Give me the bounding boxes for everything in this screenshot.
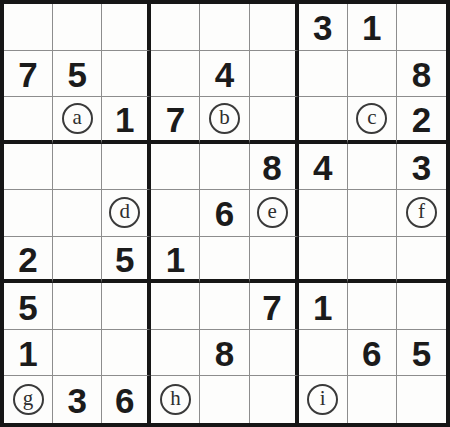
cell-r6c6[interactable] — [250, 237, 299, 284]
cell-r5c6[interactable]: e — [250, 190, 299, 237]
cell-r2c2[interactable]: 5 — [53, 51, 102, 98]
sudoku-board: 317548a17bc2843d6ef2515711865g36hi — [0, 0, 450, 427]
cell-r7c2[interactable] — [53, 283, 102, 330]
cell-r1c3[interactable] — [102, 4, 151, 51]
cell-r6c4[interactable]: 1 — [151, 237, 200, 284]
given-digit: 4 — [313, 150, 332, 185]
cell-r2c8[interactable] — [348, 51, 397, 98]
cell-r3c6[interactable] — [250, 97, 299, 144]
cell-r3c7[interactable] — [299, 97, 348, 144]
cell-r6c8[interactable] — [348, 237, 397, 284]
cell-r5c5[interactable]: 6 — [200, 190, 249, 237]
cell-r8c7[interactable] — [299, 330, 348, 377]
given-digit: 2 — [412, 102, 431, 137]
cell-r8c2[interactable] — [53, 330, 102, 377]
given-digit: 5 — [67, 57, 86, 92]
cell-r1c6[interactable] — [250, 4, 299, 51]
cell-r9c2[interactable]: 3 — [53, 376, 102, 423]
cell-r1c5[interactable] — [200, 4, 249, 51]
cell-r4c3[interactable] — [102, 144, 151, 191]
cell-r2c3[interactable] — [102, 51, 151, 98]
given-digit: 3 — [313, 10, 332, 45]
letter-marker-c: c — [356, 103, 387, 134]
given-digit: 3 — [67, 383, 86, 418]
cell-r6c9[interactable] — [397, 237, 446, 284]
cell-r3c3[interactable]: 1 — [102, 97, 151, 144]
given-digit: 7 — [262, 290, 281, 325]
cell-r2c4[interactable] — [151, 51, 200, 98]
cell-r3c5[interactable]: b — [200, 97, 249, 144]
cell-r9c8[interactable] — [348, 376, 397, 423]
cell-r4c2[interactable] — [53, 144, 102, 191]
letter-marker-b: b — [209, 103, 240, 134]
cell-r3c8[interactable]: c — [348, 97, 397, 144]
cell-r5c8[interactable] — [348, 190, 397, 237]
cell-r5c9[interactable]: f — [397, 190, 446, 237]
letter-marker-i: i — [307, 384, 338, 415]
cell-r9c5[interactable] — [200, 376, 249, 423]
cell-r3c1[interactable] — [4, 97, 53, 144]
given-digit: 1 — [166, 242, 185, 277]
letter-marker-a: a — [62, 103, 93, 134]
given-digit: 5 — [18, 290, 37, 325]
cell-r8c3[interactable] — [102, 330, 151, 377]
cell-r4c5[interactable] — [200, 144, 249, 191]
cell-r2c7[interactable] — [299, 51, 348, 98]
given-digit: 8 — [262, 150, 281, 185]
cell-r6c1[interactable]: 2 — [4, 237, 53, 284]
cell-r8c1[interactable]: 1 — [4, 330, 53, 377]
cell-r8c9[interactable]: 5 — [397, 330, 446, 377]
given-digit: 2 — [18, 242, 37, 277]
given-digit: 1 — [115, 102, 134, 137]
cell-r4c7[interactable]: 4 — [299, 144, 348, 191]
cell-r9c7[interactable]: i — [299, 376, 348, 423]
given-digit: 3 — [412, 150, 431, 185]
letter-marker-e: e — [257, 197, 288, 228]
given-digit: 6 — [115, 383, 134, 418]
cell-r2c6[interactable] — [250, 51, 299, 98]
cell-r3c9[interactable]: 2 — [397, 97, 446, 144]
cell-r4c4[interactable] — [151, 144, 200, 191]
cell-r7c1[interactable]: 5 — [4, 283, 53, 330]
letter-marker-f: f — [406, 197, 437, 228]
cell-r6c5[interactable] — [200, 237, 249, 284]
given-digit: 8 — [412, 57, 431, 92]
cell-r2c9[interactable]: 8 — [397, 51, 446, 98]
cell-r5c4[interactable] — [151, 190, 200, 237]
cell-r7c8[interactable] — [348, 283, 397, 330]
cell-r3c4[interactable]: 7 — [151, 97, 200, 144]
cell-r1c2[interactable] — [53, 4, 102, 51]
cell-r5c3[interactable]: d — [102, 190, 151, 237]
given-digit: 7 — [166, 102, 185, 137]
cell-r7c3[interactable] — [102, 283, 151, 330]
cell-r3c2[interactable]: a — [53, 97, 102, 144]
cell-r1c1[interactable] — [4, 4, 53, 51]
cell-r1c4[interactable] — [151, 4, 200, 51]
cell-r8c6[interactable] — [250, 330, 299, 377]
cell-r9c1[interactable]: g — [4, 376, 53, 423]
cell-r4c8[interactable] — [348, 144, 397, 191]
cell-r5c1[interactable] — [4, 190, 53, 237]
cell-r9c4[interactable]: h — [151, 376, 200, 423]
cell-r6c7[interactable] — [299, 237, 348, 284]
cell-r7c5[interactable] — [200, 283, 249, 330]
given-digit: 1 — [313, 290, 332, 325]
cell-r7c7[interactable]: 1 — [299, 283, 348, 330]
cell-r4c6[interactable]: 8 — [250, 144, 299, 191]
cell-r5c2[interactable] — [53, 190, 102, 237]
cell-r1c8[interactable]: 1 — [348, 4, 397, 51]
cell-r9c9[interactable] — [397, 376, 446, 423]
letter-marker-h: h — [160, 384, 191, 415]
given-digit: 8 — [215, 336, 234, 371]
given-digit: 6 — [362, 336, 381, 371]
cell-r8c8[interactable]: 6 — [348, 330, 397, 377]
given-digit: 1 — [18, 336, 37, 371]
cell-r2c5[interactable]: 4 — [200, 51, 249, 98]
given-digit: 1 — [362, 10, 381, 45]
cell-r9c6[interactable] — [250, 376, 299, 423]
cell-r7c9[interactable] — [397, 283, 446, 330]
letter-marker-d: d — [109, 197, 140, 228]
given-digit: 5 — [115, 242, 134, 277]
given-digit: 6 — [215, 196, 234, 231]
cell-r6c2[interactable] — [53, 237, 102, 284]
cell-r9c3[interactable]: 6 — [102, 376, 151, 423]
cell-r4c1[interactable] — [4, 144, 53, 191]
cell-r8c4[interactable] — [151, 330, 200, 377]
cell-r1c7[interactable]: 3 — [299, 4, 348, 51]
letter-marker-g: g — [13, 384, 44, 415]
given-digit: 5 — [412, 336, 431, 371]
cell-r7c6[interactable]: 7 — [250, 283, 299, 330]
cell-r5c7[interactable] — [299, 190, 348, 237]
cell-r4c9[interactable]: 3 — [397, 144, 446, 191]
sudoku-page: 317548a17bc2843d6ef2515711865g36hi — [0, 0, 450, 427]
cell-r2c1[interactable]: 7 — [4, 51, 53, 98]
cell-r8c5[interactable]: 8 — [200, 330, 249, 377]
given-digit: 4 — [215, 57, 234, 92]
cell-r7c4[interactable] — [151, 283, 200, 330]
cell-r1c9[interactable] — [397, 4, 446, 51]
given-digit: 7 — [18, 57, 37, 92]
cell-r6c3[interactable]: 5 — [102, 237, 151, 284]
